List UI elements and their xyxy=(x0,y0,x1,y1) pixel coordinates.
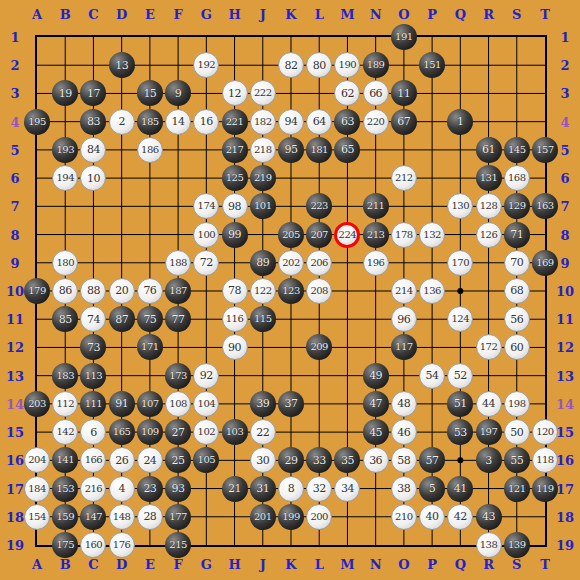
stone-white-14-F4[interactable]: 14 xyxy=(165,109,191,135)
stone-white-174-G7[interactable]: 174 xyxy=(193,193,219,219)
row-label-left-12: 12 xyxy=(6,340,24,355)
stone-white-30-J16[interactable]: 30 xyxy=(250,447,276,473)
row-label-left-7: 7 xyxy=(10,199,19,214)
stone-black-65-M5[interactable]: 65 xyxy=(334,137,360,163)
stone-white-184-A17[interactable]: 184 xyxy=(24,476,50,502)
stone-white-10-C6[interactable]: 10 xyxy=(80,165,106,191)
stone-black-187-F10[interactable]: 187 xyxy=(165,278,191,304)
stone-black-219-J6[interactable]: 219 xyxy=(250,165,276,191)
stone-white-92-G13[interactable]: 92 xyxy=(193,363,219,389)
stone-white-148-D18[interactable]: 148 xyxy=(109,504,135,530)
stone-white-2-D4[interactable]: 2 xyxy=(109,109,135,135)
stone-black-185-E4[interactable]: 185 xyxy=(137,109,163,135)
stone-black-123-K10[interactable]: 123 xyxy=(278,278,304,304)
stone-white-56-S11[interactable]: 56 xyxy=(504,306,530,332)
col-label-top-T: T xyxy=(540,7,550,22)
stone-black-49-N13[interactable]: 49 xyxy=(363,363,389,389)
row-label-left-18: 18 xyxy=(6,509,24,524)
row-label-left-3: 3 xyxy=(10,86,19,101)
stone-white-46-O15[interactable]: 46 xyxy=(391,419,417,445)
stone-black-153-B17[interactable]: 153 xyxy=(52,476,78,502)
stone-black-213-N8[interactable]: 213 xyxy=(363,222,389,248)
stone-black-67-O4[interactable]: 67 xyxy=(391,109,417,135)
stone-black-111-C14[interactable]: 111 xyxy=(80,391,106,417)
stone-white-194-B6[interactable]: 194 xyxy=(52,165,78,191)
stone-black-191-O1[interactable]: 191 xyxy=(391,24,417,50)
stone-white-166-C16[interactable]: 166 xyxy=(80,447,106,473)
row-label-left-10: 10 xyxy=(6,283,24,298)
row-label-right-9: 9 xyxy=(560,255,569,270)
row-label-left-11: 11 xyxy=(6,312,24,327)
row-label-left-19: 19 xyxy=(6,537,24,552)
stone-black-211-N7[interactable]: 211 xyxy=(363,193,389,219)
stone-black-43-R18[interactable]: 43 xyxy=(476,504,502,530)
stone-black-105-G16[interactable]: 105 xyxy=(193,447,219,473)
stone-black-45-N15[interactable]: 45 xyxy=(363,419,389,445)
stone-black-201-J18[interactable]: 201 xyxy=(250,504,276,530)
stone-black-197-R15[interactable]: 197 xyxy=(476,419,502,445)
row-label-left-8: 8 xyxy=(10,227,19,242)
stone-black-15-E3[interactable]: 15 xyxy=(137,80,163,106)
col-label-top-L: L xyxy=(315,7,324,22)
row-label-left-15: 15 xyxy=(6,425,24,440)
stone-black-21-H17[interactable]: 21 xyxy=(222,476,248,502)
col-label-top-J: J xyxy=(260,7,266,22)
stone-white-224-M8-last-move[interactable]: 224 xyxy=(334,222,360,248)
stone-black-5-P17[interactable]: 5 xyxy=(419,476,445,502)
stone-white-180-B9[interactable]: 180 xyxy=(52,250,78,276)
stone-black-119-T17[interactable]: 119 xyxy=(532,476,558,502)
stone-white-192-G2[interactable]: 192 xyxy=(193,52,219,78)
stone-black-129-S7[interactable]: 129 xyxy=(504,193,530,219)
stone-black-171-E12[interactable]: 171 xyxy=(137,334,163,360)
stone-black-27-F15[interactable]: 27 xyxy=(165,419,191,445)
stone-black-131-R6[interactable]: 131 xyxy=(476,165,502,191)
stone-black-189-N2[interactable]: 189 xyxy=(363,52,389,78)
stone-white-154-A18[interactable]: 154 xyxy=(24,504,50,530)
stone-black-11-O3[interactable]: 11 xyxy=(391,80,417,106)
stone-white-94-K4[interactable]: 94 xyxy=(278,109,304,135)
stone-white-28-E18[interactable]: 28 xyxy=(137,504,163,530)
stone-white-172-R12[interactable]: 172 xyxy=(476,334,502,360)
stone-black-163-T7[interactable]: 163 xyxy=(532,193,558,219)
stone-white-220-N4[interactable]: 220 xyxy=(363,109,389,135)
col-label-top-O: O xyxy=(398,7,409,22)
row-label-left-5: 5 xyxy=(10,142,19,157)
row-label-left-13: 13 xyxy=(6,368,24,383)
stone-black-203-A14[interactable]: 203 xyxy=(24,391,50,417)
go-board[interactable]: AABBCCDDEEFFGGHHJJKKLLMMNNOOPPQQRRSSTT11… xyxy=(0,0,580,580)
stone-black-177-F18[interactable]: 177 xyxy=(165,504,191,530)
row-label-left-17: 17 xyxy=(6,481,24,496)
stone-black-173-F13[interactable]: 173 xyxy=(165,363,191,389)
stone-white-40-P18[interactable]: 40 xyxy=(419,504,445,530)
stone-black-89-J9[interactable]: 89 xyxy=(250,250,276,276)
stone-white-188-F9[interactable]: 188 xyxy=(165,250,191,276)
stone-white-130-Q7[interactable]: 130 xyxy=(447,193,473,219)
stone-black-101-J7[interactable]: 101 xyxy=(250,193,276,219)
stone-black-103-H15[interactable]: 103 xyxy=(222,419,248,445)
stone-black-83-C4[interactable]: 83 xyxy=(80,109,106,135)
stone-white-168-S6[interactable]: 168 xyxy=(504,165,530,191)
stone-white-62-M3[interactable]: 62 xyxy=(334,80,360,106)
stone-white-20-D10[interactable]: 20 xyxy=(109,278,135,304)
stone-white-200-L18[interactable]: 200 xyxy=(306,504,332,530)
stone-white-218-J5[interactable]: 218 xyxy=(250,137,276,163)
stone-white-24-E16[interactable]: 24 xyxy=(137,447,163,473)
stone-black-117-O12[interactable]: 117 xyxy=(391,334,417,360)
stone-white-132-P8[interactable]: 132 xyxy=(419,222,445,248)
stone-black-107-E14[interactable]: 107 xyxy=(137,391,163,417)
stone-black-121-S17[interactable]: 121 xyxy=(504,476,530,502)
stone-black-113-C13[interactable]: 113 xyxy=(80,363,106,389)
stone-white-70-S9[interactable]: 70 xyxy=(504,250,530,276)
stone-white-182-J4[interactable]: 182 xyxy=(250,109,276,135)
stone-black-23-E17[interactable]: 23 xyxy=(137,476,163,502)
stone-white-64-L4[interactable]: 64 xyxy=(306,109,332,135)
stone-white-36-N16[interactable]: 36 xyxy=(363,447,389,473)
stone-black-99-H8[interactable]: 99 xyxy=(222,222,248,248)
stone-white-74-C11[interactable]: 74 xyxy=(80,306,106,332)
row-label-left-16: 16 xyxy=(6,453,24,468)
stone-white-118-T16[interactable]: 118 xyxy=(532,447,558,473)
stone-black-141-B16[interactable]: 141 xyxy=(52,447,78,473)
stones-layer: 1911319282801901891511917159122226266111… xyxy=(23,23,559,559)
col-label-top-C: C xyxy=(88,7,98,22)
stone-white-98-H7[interactable]: 98 xyxy=(222,193,248,219)
stone-black-195-A4[interactable]: 195 xyxy=(24,109,50,135)
stone-black-199-K18[interactable]: 199 xyxy=(278,504,304,530)
stone-black-221-H4[interactable]: 221 xyxy=(222,109,248,135)
stone-black-151-P2[interactable]: 151 xyxy=(419,52,445,78)
stone-black-175-B19[interactable]: 175 xyxy=(52,532,78,558)
stone-black-63-M4[interactable]: 63 xyxy=(334,109,360,135)
stone-black-19-B3[interactable]: 19 xyxy=(52,80,78,106)
stone-black-1-Q4[interactable]: 1 xyxy=(447,109,473,135)
stone-white-210-O18[interactable]: 210 xyxy=(391,504,417,530)
stone-black-85-B11[interactable]: 85 xyxy=(52,306,78,332)
stone-white-212-O6[interactable]: 212 xyxy=(391,165,417,191)
row-label-right-6: 6 xyxy=(560,171,569,186)
stone-black-37-K14[interactable]: 37 xyxy=(278,391,304,417)
stone-black-157-T5[interactable]: 157 xyxy=(532,137,558,163)
stone-white-68-S10[interactable]: 68 xyxy=(504,278,530,304)
stone-white-52-Q13[interactable]: 52 xyxy=(447,363,473,389)
stone-black-25-F16[interactable]: 25 xyxy=(165,447,191,473)
stone-white-222-J3[interactable]: 222 xyxy=(250,80,276,106)
stone-white-44-R14[interactable]: 44 xyxy=(476,391,502,417)
stone-white-160-C19[interactable]: 160 xyxy=(80,532,106,558)
stone-white-112-B14[interactable]: 112 xyxy=(52,391,78,417)
stone-white-80-L2[interactable]: 80 xyxy=(306,52,332,78)
stone-black-17-C3[interactable]: 17 xyxy=(80,80,106,106)
stone-black-109-E15[interactable]: 109 xyxy=(137,419,163,445)
stone-black-3-R16[interactable]: 3 xyxy=(476,447,502,473)
col-label-top-E: E xyxy=(145,7,155,22)
col-label-top-G: G xyxy=(201,7,212,22)
stone-white-22-J15[interactable]: 22 xyxy=(250,419,276,445)
stone-white-216-C17[interactable]: 216 xyxy=(80,476,106,502)
col-label-top-A: A xyxy=(32,7,42,22)
stone-white-102-G15[interactable]: 102 xyxy=(193,419,219,445)
stone-black-159-B18[interactable]: 159 xyxy=(52,504,78,530)
col-label-top-D: D xyxy=(116,7,127,22)
stone-white-90-H12[interactable]: 90 xyxy=(222,334,248,360)
row-label-right-5: 5 xyxy=(560,142,569,157)
stone-white-58-O16[interactable]: 58 xyxy=(391,447,417,473)
stone-white-120-T15[interactable]: 120 xyxy=(532,419,558,445)
stone-white-204-A16[interactable]: 204 xyxy=(24,447,50,473)
stone-white-66-N3[interactable]: 66 xyxy=(363,80,389,106)
stone-black-147-C18[interactable]: 147 xyxy=(80,504,106,530)
stone-black-35-M16[interactable]: 35 xyxy=(334,447,360,473)
row-label-right-7: 7 xyxy=(560,199,569,214)
stone-black-139-S19[interactable]: 139 xyxy=(504,532,530,558)
row-label-left-6: 6 xyxy=(10,171,19,186)
stone-white-60-S12[interactable]: 60 xyxy=(504,334,530,360)
stone-white-12-H3[interactable]: 12 xyxy=(222,80,248,106)
stone-black-51-Q14[interactable]: 51 xyxy=(447,391,473,417)
stone-black-125-H6[interactable]: 125 xyxy=(222,165,248,191)
row-label-left-4: 4 xyxy=(10,114,19,129)
stone-black-41-Q17[interactable]: 41 xyxy=(447,476,473,502)
stone-white-136-P10[interactable]: 136 xyxy=(419,278,445,304)
col-label-top-Q: Q xyxy=(455,7,466,22)
stone-white-214-O10[interactable]: 214 xyxy=(391,278,417,304)
stone-white-96-O11[interactable]: 96 xyxy=(391,306,417,332)
row-label-right-3: 3 xyxy=(560,86,569,101)
stone-black-71-S8[interactable]: 71 xyxy=(504,222,530,248)
stone-white-196-N9[interactable]: 196 xyxy=(363,250,389,276)
stone-white-82-K2[interactable]: 82 xyxy=(278,52,304,78)
stone-white-128-R7[interactable]: 128 xyxy=(476,193,502,219)
row-label-left-9: 9 xyxy=(10,255,19,270)
stone-white-76-E10[interactable]: 76 xyxy=(137,278,163,304)
stone-white-100-G8[interactable]: 100 xyxy=(193,222,219,248)
stone-white-126-R8[interactable]: 126 xyxy=(476,222,502,248)
row-label-left-1: 1 xyxy=(10,30,19,45)
stone-white-38-O17[interactable]: 38 xyxy=(391,476,417,502)
stone-black-77-F11[interactable]: 77 xyxy=(165,306,191,332)
stone-white-198-S14[interactable]: 198 xyxy=(504,391,530,417)
stone-white-108-F14[interactable]: 108 xyxy=(165,391,191,417)
stone-black-91-D14[interactable]: 91 xyxy=(109,391,135,417)
stone-white-202-K9[interactable]: 202 xyxy=(278,250,304,276)
stone-black-145-S5[interactable]: 145 xyxy=(504,137,530,163)
stone-white-104-G14[interactable]: 104 xyxy=(193,391,219,417)
stone-white-42-Q18[interactable]: 42 xyxy=(447,504,473,530)
col-label-top-B: B xyxy=(60,7,71,22)
stone-white-208-L10[interactable]: 208 xyxy=(306,278,332,304)
stone-white-34-M17[interactable]: 34 xyxy=(334,476,360,502)
col-label-top-P: P xyxy=(427,7,437,22)
stone-black-115-J11[interactable]: 115 xyxy=(250,306,276,332)
stone-black-31-J17[interactable]: 31 xyxy=(250,476,276,502)
stone-white-78-H10[interactable]: 78 xyxy=(222,278,248,304)
stone-black-95-K5[interactable]: 95 xyxy=(278,137,304,163)
stone-white-26-D16[interactable]: 26 xyxy=(109,447,135,473)
stone-white-32-L17[interactable]: 32 xyxy=(306,476,332,502)
stone-white-72-G9[interactable]: 72 xyxy=(193,250,219,276)
stone-white-142-B15[interactable]: 142 xyxy=(52,419,78,445)
stone-white-54-P13[interactable]: 54 xyxy=(419,363,445,389)
col-label-top-N: N xyxy=(370,7,382,22)
stone-black-181-L5[interactable]: 181 xyxy=(306,137,332,163)
stone-black-205-K8[interactable]: 205 xyxy=(278,222,304,248)
col-label-top-F: F xyxy=(173,7,182,22)
stone-white-122-J10[interactable]: 122 xyxy=(250,278,276,304)
stone-white-124-Q11[interactable]: 124 xyxy=(447,306,473,332)
stone-white-186-E5[interactable]: 186 xyxy=(137,137,163,163)
stone-black-75-E11[interactable]: 75 xyxy=(137,306,163,332)
stone-black-57-P16[interactable]: 57 xyxy=(419,447,445,473)
stone-black-217-H5[interactable]: 217 xyxy=(222,137,248,163)
stone-black-93-F17[interactable]: 93 xyxy=(165,476,191,502)
col-label-top-H: H xyxy=(228,7,240,22)
stone-white-50-S15[interactable]: 50 xyxy=(504,419,530,445)
stone-white-4-D17[interactable]: 4 xyxy=(109,476,135,502)
row-label-left-2: 2 xyxy=(10,58,19,73)
stone-black-39-J14[interactable]: 39 xyxy=(250,391,276,417)
stone-black-33-L16[interactable]: 33 xyxy=(306,447,332,473)
stone-white-16-G4[interactable]: 16 xyxy=(193,109,219,135)
row-label-right-8: 8 xyxy=(560,227,569,242)
stone-black-87-D11[interactable]: 87 xyxy=(109,306,135,332)
stone-white-8-K17[interactable]: 8 xyxy=(278,476,304,502)
stone-black-179-A10[interactable]: 179 xyxy=(24,278,50,304)
stone-white-86-B10[interactable]: 86 xyxy=(52,278,78,304)
stone-white-6-C15[interactable]: 6 xyxy=(80,419,106,445)
col-label-top-M: M xyxy=(340,7,354,22)
stone-white-48-O14[interactable]: 48 xyxy=(391,391,417,417)
stone-black-13-D2[interactable]: 13 xyxy=(109,52,135,78)
stone-black-61-R5[interactable]: 61 xyxy=(476,137,502,163)
stone-white-170-Q9[interactable]: 170 xyxy=(447,250,473,276)
stone-white-138-R19[interactable]: 138 xyxy=(476,532,502,558)
stone-black-183-B13[interactable]: 183 xyxy=(52,363,78,389)
col-label-top-K: K xyxy=(285,7,296,22)
stone-black-209-L12[interactable]: 209 xyxy=(306,334,332,360)
row-label-right-1: 1 xyxy=(560,30,569,45)
stone-black-165-D15[interactable]: 165 xyxy=(109,419,135,445)
stone-white-84-C5[interactable]: 84 xyxy=(80,137,106,163)
stone-black-55-S16[interactable]: 55 xyxy=(504,447,530,473)
stone-black-29-K16[interactable]: 29 xyxy=(278,447,304,473)
stone-white-178-O8[interactable]: 178 xyxy=(391,222,417,248)
stone-black-73-C12[interactable]: 73 xyxy=(80,334,106,360)
stone-black-223-L7[interactable]: 223 xyxy=(306,193,332,219)
stone-white-176-D19[interactable]: 176 xyxy=(109,532,135,558)
stone-black-169-T9[interactable]: 169 xyxy=(532,250,558,276)
stone-black-207-L8[interactable]: 207 xyxy=(306,222,332,248)
stone-black-193-B5[interactable]: 193 xyxy=(52,137,78,163)
stone-black-47-N14[interactable]: 47 xyxy=(363,391,389,417)
row-label-left-14: 14 xyxy=(6,396,24,411)
stone-black-9-F3[interactable]: 9 xyxy=(165,80,191,106)
stone-white-116-H11[interactable]: 116 xyxy=(222,306,248,332)
stone-black-53-Q15[interactable]: 53 xyxy=(447,419,473,445)
go-game-screenshot: { "game": "go", "app": { "view": "number… xyxy=(0,0,580,580)
stone-white-88-C10[interactable]: 88 xyxy=(80,278,106,304)
col-label-top-S: S xyxy=(512,7,521,22)
row-label-right-2: 2 xyxy=(560,58,569,73)
stone-white-206-L9[interactable]: 206 xyxy=(306,250,332,276)
row-label-right-4: 4 xyxy=(560,114,569,129)
stone-white-190-M2[interactable]: 190 xyxy=(334,52,360,78)
stone-black-215-F19[interactable]: 215 xyxy=(165,532,191,558)
col-label-top-R: R xyxy=(483,7,494,22)
